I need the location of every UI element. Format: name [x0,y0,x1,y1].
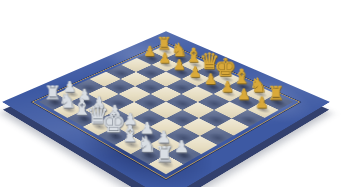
chess-board: ♜♞♝♛♚♝♞♜♟♟♟♟♟♟♟♟♟♟♟♟♟♟♟♟♜♞♝♛♚♝♞♜ [2,31,330,187]
chess-set-photo: ♜♞♝♛♚♝♞♜♟♟♟♟♟♟♟♟♟♟♟♟♟♟♟♟♜♞♝♛♚♝♞♜ [0,0,350,187]
piece-silver-rook: ♜ [152,144,177,165]
piece-gold-pawn: ♟ [250,95,273,110]
